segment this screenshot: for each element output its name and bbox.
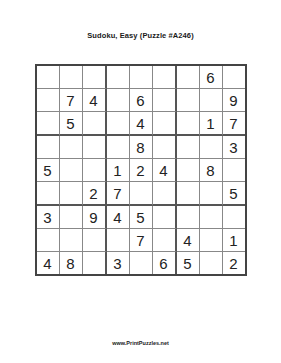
cell-r3c6 xyxy=(153,112,177,136)
cell-r1c3 xyxy=(83,66,107,89)
cell-r1c2 xyxy=(60,66,83,89)
cell-r5c1: 5 xyxy=(37,159,60,182)
cell-r9c2: 8 xyxy=(60,252,83,274)
website-footer: www.PrintPuzzles.net xyxy=(0,340,281,346)
cell-r2c7 xyxy=(177,89,200,112)
cell-r4c8 xyxy=(200,136,223,159)
sudoku-grid: 6 7 4 6 9 5 4 1 7 8 3 5 1 2 xyxy=(35,64,247,276)
cell-r6c2 xyxy=(60,182,83,206)
cell-r4c7 xyxy=(177,136,200,159)
cell-r7c7 xyxy=(177,206,200,229)
cell-r7c2 xyxy=(60,206,83,229)
cell-r6c7 xyxy=(177,182,200,206)
cell-r6c4: 7 xyxy=(107,182,130,206)
cell-r9c8 xyxy=(200,252,223,274)
cell-r8c3 xyxy=(83,229,107,252)
cell-r3c7 xyxy=(177,112,200,136)
cell-r8c7: 4 xyxy=(177,229,200,252)
cell-r6c9: 5 xyxy=(223,182,245,206)
cell-r3c3 xyxy=(83,112,107,136)
cell-r2c2: 7 xyxy=(60,89,83,112)
cell-r2c5: 6 xyxy=(130,89,153,112)
cell-r9c3 xyxy=(83,252,107,274)
cell-r8c2 xyxy=(60,229,83,252)
cell-r4c4 xyxy=(107,136,130,159)
cell-r4c2 xyxy=(60,136,83,159)
cell-r5c5: 2 xyxy=(130,159,153,182)
cell-r4c1 xyxy=(37,136,60,159)
cell-r1c4 xyxy=(107,66,130,89)
cell-r1c1 xyxy=(37,66,60,89)
cell-r9c1: 4 xyxy=(37,252,60,274)
cell-r7c6 xyxy=(153,206,177,229)
cell-r2c6 xyxy=(153,89,177,112)
cell-r2c9: 9 xyxy=(223,89,245,112)
cell-r4c6 xyxy=(153,136,177,159)
cell-r6c6 xyxy=(153,182,177,206)
cell-r5c6: 4 xyxy=(153,159,177,182)
cell-r6c8 xyxy=(200,182,223,206)
cell-r3c4 xyxy=(107,112,130,136)
cell-r4c9: 3 xyxy=(223,136,245,159)
cell-r9c6: 6 xyxy=(153,252,177,274)
cell-r5c8: 8 xyxy=(200,159,223,182)
cell-r7c1: 3 xyxy=(37,206,60,229)
cell-r6c5 xyxy=(130,182,153,206)
cell-r1c9 xyxy=(223,66,245,89)
cell-r9c9: 2 xyxy=(223,252,245,274)
cell-r3c5: 4 xyxy=(130,112,153,136)
cell-r7c8 xyxy=(200,206,223,229)
cell-r4c5: 8 xyxy=(130,136,153,159)
cell-r7c4: 4 xyxy=(107,206,130,229)
cell-r5c2 xyxy=(60,159,83,182)
cell-r8c8 xyxy=(200,229,223,252)
cell-r5c4: 1 xyxy=(107,159,130,182)
cell-r1c7 xyxy=(177,66,200,89)
cell-r3c2: 5 xyxy=(60,112,83,136)
cell-r8c5: 7 xyxy=(130,229,153,252)
cell-r1c6 xyxy=(153,66,177,89)
cell-r5c9 xyxy=(223,159,245,182)
cell-r4c3 xyxy=(83,136,107,159)
cell-r6c3: 2 xyxy=(83,182,107,206)
cell-r2c3: 4 xyxy=(83,89,107,112)
cell-r7c9 xyxy=(223,206,245,229)
cell-r3c8: 1 xyxy=(200,112,223,136)
cell-r8c9: 1 xyxy=(223,229,245,252)
cell-r2c8 xyxy=(200,89,223,112)
cell-r3c9: 7 xyxy=(223,112,245,136)
cell-r8c6 xyxy=(153,229,177,252)
page-title: Sudoku, Easy (Puzzle #A246) xyxy=(0,31,281,40)
cell-r6c1 xyxy=(37,182,60,206)
cell-r5c3 xyxy=(83,159,107,182)
cell-r8c1 xyxy=(37,229,60,252)
cell-r7c3: 9 xyxy=(83,206,107,229)
cell-r3c1 xyxy=(37,112,60,136)
cell-r2c4 xyxy=(107,89,130,112)
cell-r2c1 xyxy=(37,89,60,112)
cell-r1c5 xyxy=(130,66,153,89)
cell-r9c4: 3 xyxy=(107,252,130,274)
cell-r8c4 xyxy=(107,229,130,252)
cell-r1c8: 6 xyxy=(200,66,223,89)
cell-r7c5: 5 xyxy=(130,206,153,229)
cell-r9c7: 5 xyxy=(177,252,200,274)
puzzle-page: Sudoku, Easy (Puzzle #A246) 6 7 4 6 9 5 … xyxy=(0,0,281,363)
cell-r9c5 xyxy=(130,252,153,274)
cell-r5c7 xyxy=(177,159,200,182)
